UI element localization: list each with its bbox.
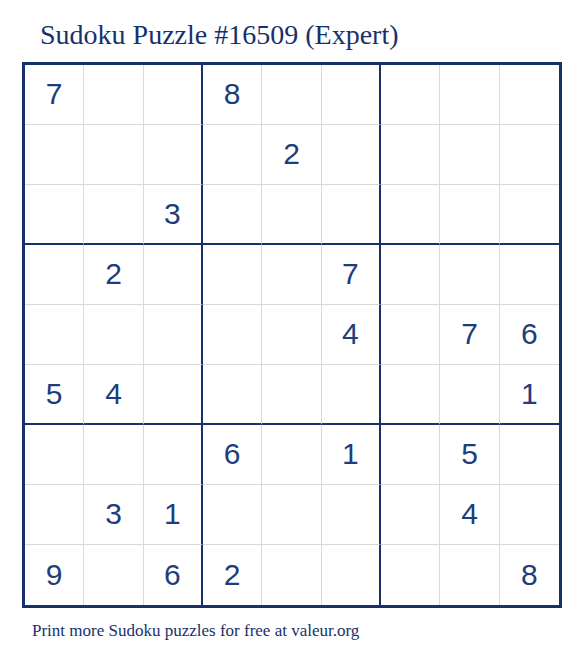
sudoku-page: Sudoku Puzzle #16509 (Expert) 7823274765… bbox=[0, 18, 580, 651]
sudoku-cell-r4c6: 7 bbox=[322, 245, 381, 305]
sudoku-cell-r5c1 bbox=[25, 305, 84, 365]
sudoku-cell-r5c4 bbox=[203, 305, 262, 365]
sudoku-cell-r8c5 bbox=[262, 485, 321, 545]
sudoku-cell-r6c6 bbox=[322, 365, 381, 425]
sudoku-cell-r6c2: 4 bbox=[84, 365, 143, 425]
sudoku-cell-r3c6 bbox=[322, 185, 381, 245]
sudoku-cell-r2c1 bbox=[25, 125, 84, 185]
sudoku-cell-r4c4 bbox=[203, 245, 262, 305]
sudoku-cell-r8c4 bbox=[203, 485, 262, 545]
sudoku-cell-r7c1 bbox=[25, 425, 84, 485]
sudoku-cell-r4c2: 2 bbox=[84, 245, 143, 305]
sudoku-cell-r3c7 bbox=[381, 185, 440, 245]
sudoku-cell-r5c7 bbox=[381, 305, 440, 365]
sudoku-cell-r9c3: 6 bbox=[144, 545, 203, 605]
sudoku-cell-r2c3 bbox=[144, 125, 203, 185]
footer-note: Print more Sudoku puzzles for free at va… bbox=[32, 621, 580, 641]
sudoku-cell-r7c8: 5 bbox=[440, 425, 499, 485]
sudoku-cell-r5c9: 6 bbox=[500, 305, 559, 365]
sudoku-cell-r8c9 bbox=[500, 485, 559, 545]
sudoku-cell-r4c1 bbox=[25, 245, 84, 305]
sudoku-cell-r3c5 bbox=[262, 185, 321, 245]
sudoku-cell-r1c2 bbox=[84, 65, 143, 125]
sudoku-cell-r6c4 bbox=[203, 365, 262, 425]
sudoku-cell-r2c4 bbox=[203, 125, 262, 185]
sudoku-cell-r1c9 bbox=[500, 65, 559, 125]
sudoku-cell-r7c5 bbox=[262, 425, 321, 485]
sudoku-cell-r1c5 bbox=[262, 65, 321, 125]
sudoku-cell-r3c1 bbox=[25, 185, 84, 245]
sudoku-cell-r6c5 bbox=[262, 365, 321, 425]
sudoku-cell-r6c7 bbox=[381, 365, 440, 425]
sudoku-cell-r2c9 bbox=[500, 125, 559, 185]
sudoku-cell-r3c2 bbox=[84, 185, 143, 245]
sudoku-cell-r9c7 bbox=[381, 545, 440, 605]
sudoku-cell-r8c6 bbox=[322, 485, 381, 545]
sudoku-cell-r5c5 bbox=[262, 305, 321, 365]
sudoku-cell-r1c1: 7 bbox=[25, 65, 84, 125]
sudoku-cell-r4c9 bbox=[500, 245, 559, 305]
sudoku-cell-r8c7 bbox=[381, 485, 440, 545]
sudoku-cell-r9c2 bbox=[84, 545, 143, 605]
sudoku-cell-r5c2 bbox=[84, 305, 143, 365]
sudoku-cell-r2c7 bbox=[381, 125, 440, 185]
sudoku-cell-r9c5 bbox=[262, 545, 321, 605]
sudoku-cell-r1c6 bbox=[322, 65, 381, 125]
sudoku-cell-r3c4 bbox=[203, 185, 262, 245]
sudoku-cell-r7c3 bbox=[144, 425, 203, 485]
sudoku-cell-r3c3: 3 bbox=[144, 185, 203, 245]
sudoku-cell-r8c8: 4 bbox=[440, 485, 499, 545]
sudoku-cell-r6c3 bbox=[144, 365, 203, 425]
sudoku-cell-r1c4: 8 bbox=[203, 65, 262, 125]
sudoku-cell-r8c3: 1 bbox=[144, 485, 203, 545]
sudoku-cell-r9c8 bbox=[440, 545, 499, 605]
sudoku-cell-r1c8 bbox=[440, 65, 499, 125]
sudoku-cell-r9c9: 8 bbox=[500, 545, 559, 605]
sudoku-cell-r8c2: 3 bbox=[84, 485, 143, 545]
sudoku-cell-r5c6: 4 bbox=[322, 305, 381, 365]
sudoku-cell-r2c6 bbox=[322, 125, 381, 185]
sudoku-grid: 7823274765416153149628 bbox=[22, 62, 562, 608]
sudoku-cell-r7c6: 1 bbox=[322, 425, 381, 485]
sudoku-cell-r8c1 bbox=[25, 485, 84, 545]
sudoku-cell-r7c7 bbox=[381, 425, 440, 485]
sudoku-cell-r6c1: 5 bbox=[25, 365, 84, 425]
sudoku-cell-r5c3 bbox=[144, 305, 203, 365]
puzzle-title: Sudoku Puzzle #16509 (Expert) bbox=[40, 18, 580, 52]
sudoku-cell-r4c8 bbox=[440, 245, 499, 305]
sudoku-cell-r4c5 bbox=[262, 245, 321, 305]
sudoku-cell-r7c9 bbox=[500, 425, 559, 485]
sudoku-cell-r4c7 bbox=[381, 245, 440, 305]
sudoku-cell-r2c2 bbox=[84, 125, 143, 185]
sudoku-cell-r9c4: 2 bbox=[203, 545, 262, 605]
sudoku-cell-r1c3 bbox=[144, 65, 203, 125]
sudoku-cell-r1c7 bbox=[381, 65, 440, 125]
sudoku-cell-r9c1: 9 bbox=[25, 545, 84, 605]
sudoku-cell-r5c8: 7 bbox=[440, 305, 499, 365]
sudoku-cell-r7c2 bbox=[84, 425, 143, 485]
sudoku-cell-r9c6 bbox=[322, 545, 381, 605]
sudoku-cell-r6c9: 1 bbox=[500, 365, 559, 425]
sudoku-cell-r2c5: 2 bbox=[262, 125, 321, 185]
sudoku-cell-r2c8 bbox=[440, 125, 499, 185]
sudoku-cell-r6c8 bbox=[440, 365, 499, 425]
sudoku-cell-r3c9 bbox=[500, 185, 559, 245]
sudoku-cell-r7c4: 6 bbox=[203, 425, 262, 485]
sudoku-cell-r4c3 bbox=[144, 245, 203, 305]
sudoku-cell-r3c8 bbox=[440, 185, 499, 245]
